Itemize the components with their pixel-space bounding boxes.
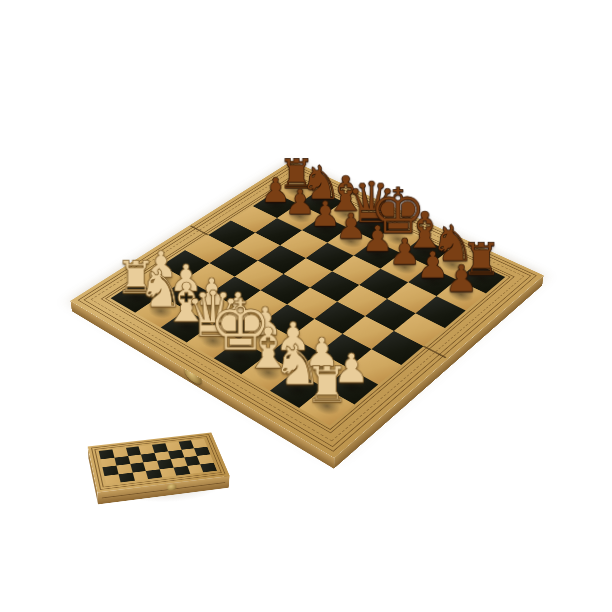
- board-grid: ♜♞♝♛♚♝♞♜♟♟♟♟♟♟♟♟♟♟♟♟♟♟♟♟♜♞♝♛♚♝♞♜: [111, 179, 506, 425]
- product-photo: ♜♞♝♛♚♝♞♜♟♟♟♟♟♟♟♟♟♟♟♟♟♟♟♟♜♞♝♛♚♝♞♜: [0, 0, 612, 612]
- box-clasp-icon: [167, 484, 176, 491]
- box-checker-square: [200, 462, 217, 472]
- chess-board: ♜♞♝♛♚♝♞♜♟♟♟♟♟♟♟♟♟♟♟♟♟♟♟♟♜♞♝♛♚♝♞♜: [70, 161, 543, 459]
- board-rim: ♜♞♝♛♚♝♞♜♟♟♟♟♟♟♟♟♟♟♟♟♟♟♟♟♜♞♝♛♚♝♞♜: [70, 161, 543, 459]
- rook-glyph: ♜: [304, 359, 349, 409]
- folded-chess-box: [88, 432, 230, 492]
- pawn-glyph: ♟: [444, 260, 477, 297]
